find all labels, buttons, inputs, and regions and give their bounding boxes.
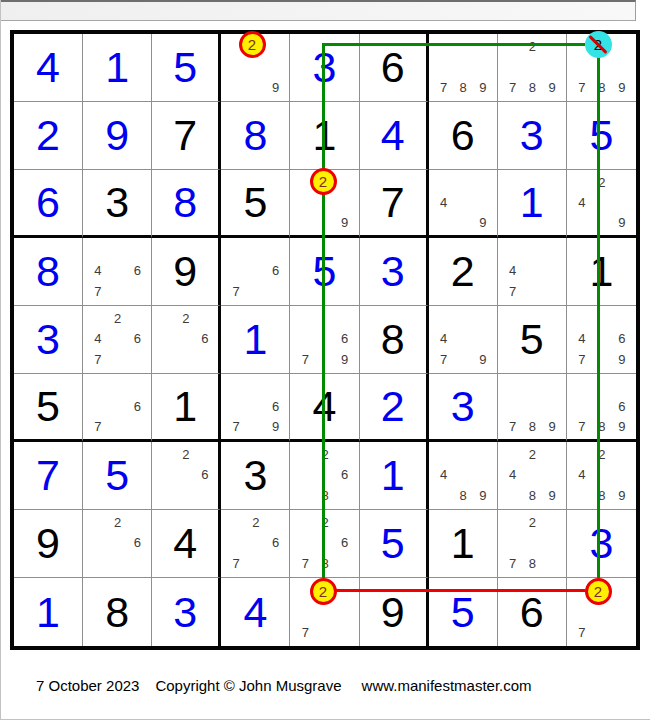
solved-digit: 1 (105, 46, 129, 89)
cell-r9c3[interactable]: 3 (152, 578, 221, 646)
given-digit: 1 (313, 114, 337, 157)
candidate-4: 4 (434, 329, 454, 350)
given-digit: 3 (105, 181, 129, 224)
candidate-2: 2 (246, 512, 266, 533)
cell-r1c3[interactable]: 5 (152, 34, 221, 102)
given-digit: 2 (451, 250, 475, 293)
candidate-7: 7 (88, 416, 108, 436)
given-digit: 8 (381, 318, 405, 361)
candidate-2: 2 (315, 512, 335, 533)
pencil-marks: 679 (295, 308, 354, 370)
cell-r1c1[interactable]: 4 (14, 34, 83, 102)
cell-r9c6[interactable]: 9 (360, 578, 429, 646)
candidate-4: 4 (572, 465, 592, 486)
candidate-7: 7 (226, 416, 246, 436)
candidate-9: 9 (612, 485, 632, 506)
pencil-marks: 679 (226, 376, 285, 436)
solved-digit: 7 (36, 454, 60, 497)
candidate-6: 6 (266, 533, 286, 554)
given-digit: 4 (173, 522, 197, 565)
candidate-2: 2 (108, 512, 128, 533)
given-digit: 1 (589, 250, 613, 293)
given-digit: 7 (173, 114, 197, 157)
solved-digit: 8 (243, 114, 267, 157)
candidate-9: 9 (473, 212, 493, 232)
candidate-9: 9 (335, 349, 355, 370)
candidate-7: 7 (572, 349, 592, 370)
cell-r1c8[interactable]: 2789 (498, 34, 567, 102)
candidate-8: 8 (522, 416, 542, 436)
pencil-marks: 4679 (572, 308, 632, 370)
cell-r9c7[interactable]: 5 (429, 578, 498, 646)
cell-r2c8[interactable]: 3 (498, 102, 567, 170)
cell-r4c1[interactable]: 8 (14, 238, 83, 306)
candidate-2: 2 (522, 444, 542, 465)
pencil-marks: 278 (503, 512, 562, 574)
pencil-marks: 789 (572, 36, 632, 98)
pencil-marks: 2678 (295, 512, 354, 574)
candidate-6: 6 (195, 465, 214, 486)
cell-r4c5[interactable]: 5 (290, 238, 359, 306)
candidate-6: 6 (612, 396, 632, 416)
cell-r3c9[interactable]: 249 (567, 170, 636, 238)
candidate-9: 9 (612, 77, 632, 98)
candidate-2: 2 (176, 308, 195, 329)
cell-r3c3[interactable]: 8 (152, 170, 221, 238)
candidate-9: 9 (542, 485, 562, 506)
candidate-7: 7 (434, 77, 454, 98)
cell-r7c2[interactable]: 5 (83, 442, 152, 510)
given-digit: 9 (36, 522, 60, 565)
candidate-7: 7 (295, 349, 315, 370)
cell-r4c2[interactable]: 467 (83, 238, 152, 306)
candidate-6: 6 (335, 465, 355, 486)
cell-r2c2[interactable]: 9 (83, 102, 152, 170)
cell-r5c2[interactable]: 2467 (83, 306, 152, 374)
candidate-7: 7 (572, 416, 592, 436)
solved-digit: 4 (243, 591, 267, 634)
solved-digit: 1 (36, 591, 60, 634)
candidate-8: 8 (522, 553, 542, 574)
candidate-7: 7 (503, 77, 523, 98)
cell-r5c5[interactable]: 679 (290, 306, 359, 374)
cell-r4c6[interactable]: 3 (360, 238, 429, 306)
solved-digit: 4 (381, 114, 405, 157)
candidate-2: 2 (108, 308, 128, 329)
cell-r6c8[interactable]: 789 (498, 374, 567, 442)
cell-r9c2[interactable]: 8 (83, 578, 152, 646)
cell-r4c8[interactable]: 47 (498, 238, 567, 306)
footer-copyright: Copyright © John Musgrave (155, 677, 341, 694)
pencil-marks: 467 (88, 240, 147, 302)
cell-r5c7[interactable]: 479 (429, 306, 498, 374)
candidate-7: 7 (88, 281, 108, 302)
pencil-marks: 26 (157, 308, 214, 370)
solved-digit: 5 (105, 454, 129, 497)
candidate-8: 8 (315, 485, 335, 506)
pencil-marks: 789 (434, 36, 493, 98)
candidate-2: 2 (592, 172, 612, 192)
pencil-marks: 2489 (503, 444, 562, 506)
cell-r2c4[interactable]: 8 (221, 102, 290, 170)
candidate-8: 8 (315, 553, 335, 574)
pencil-marks: 67 (88, 376, 147, 436)
candidate-7: 7 (503, 281, 523, 302)
cell-r3c7[interactable]: 49 (429, 170, 498, 238)
candidate-9: 9 (612, 349, 632, 370)
cell-r6c2[interactable]: 67 (83, 374, 152, 442)
solved-digit: 3 (173, 591, 197, 634)
cell-r5c8[interactable]: 5 (498, 306, 567, 374)
cell-r7c6[interactable]: 1 (360, 442, 429, 510)
cell-r6c9[interactable]: 6789 (567, 374, 636, 442)
candidate-7: 7 (434, 349, 454, 370)
candidate-6: 6 (335, 533, 355, 554)
cell-r8c3[interactable]: 4 (152, 510, 221, 578)
cell-r6c1[interactable]: 5 (14, 374, 83, 442)
candidate-7: 7 (226, 281, 246, 302)
candidate-9: 9 (335, 212, 355, 232)
cell-r6c4[interactable]: 679 (221, 374, 290, 442)
pencil-marks: 47 (503, 240, 562, 302)
candidate-6: 6 (195, 329, 214, 350)
candidate-7: 7 (503, 553, 523, 574)
cell-r5c4[interactable]: 1 (221, 306, 290, 374)
cell-r1c2[interactable]: 1 (83, 34, 152, 102)
candidate-8: 8 (453, 485, 473, 506)
solved-digit: 5 (451, 591, 475, 634)
pencil-marks: 7 (572, 580, 632, 643)
solved-digit: 9 (105, 114, 129, 157)
given-digit: 9 (381, 591, 405, 634)
cell-r1c5[interactable]: 3 (290, 34, 359, 102)
solved-digit: 5 (589, 114, 613, 157)
top-divider-bar (0, 0, 636, 21)
pencil-marks: 6789 (572, 376, 632, 436)
candidate-6: 6 (128, 396, 148, 416)
cell-r2c1[interactable]: 2 (14, 102, 83, 170)
candidate-9: 9 (612, 416, 632, 436)
given-digit: 1 (451, 522, 475, 565)
candidate-4: 4 (572, 192, 592, 212)
candidate-2: 2 (315, 444, 335, 465)
solved-digit: 2 (36, 114, 60, 157)
cell-r9c9[interactable]: 7 (567, 578, 636, 646)
solved-digit: 4 (36, 46, 60, 89)
cell-r8c5[interactable]: 2678 (290, 510, 359, 578)
candidate-9: 9 (473, 485, 493, 506)
candidate-7: 7 (88, 349, 108, 370)
candidate-8: 8 (522, 485, 542, 506)
cell-r1c4[interactable]: 9 (221, 34, 290, 102)
cell-r2c5[interactable]: 1 (290, 102, 359, 170)
cell-r4c4[interactable]: 67 (221, 238, 290, 306)
pencil-marks: 26 (157, 444, 214, 506)
given-digit: 6 (381, 46, 405, 89)
cell-r4c9[interactable]: 1 (567, 238, 636, 306)
cell-r7c7[interactable]: 489 (429, 442, 498, 510)
pencil-marks: 2789 (503, 36, 562, 98)
cell-r2c6[interactable]: 4 (360, 102, 429, 170)
given-digit: 6 (520, 591, 544, 634)
given-digit: 8 (105, 591, 129, 634)
pencil-marks: 489 (434, 444, 493, 506)
solved-digit: 8 (36, 250, 60, 293)
given-digit: 3 (243, 454, 267, 497)
candidate-2: 2 (176, 444, 195, 465)
candidate-7: 7 (295, 622, 315, 643)
candidate-4: 4 (434, 192, 454, 212)
cell-r4c3[interactable]: 9 (152, 238, 221, 306)
cell-r2c9[interactable]: 5 (567, 102, 636, 170)
candidate-7: 7 (295, 553, 315, 574)
cell-r2c3[interactable]: 7 (152, 102, 221, 170)
solved-digit: 3 (313, 46, 337, 89)
footer-date: 7 October 2023 (36, 677, 139, 694)
cell-r1c9[interactable]: 789 (567, 34, 636, 102)
cell-r7c3[interactable]: 26 (152, 442, 221, 510)
pencil-marks: 9 (295, 172, 354, 232)
solved-digit: 3 (589, 522, 613, 565)
candidate-9: 9 (473, 349, 493, 370)
sudoku-board: 4159367892789789297814635638597491249846… (10, 30, 640, 650)
candidate-6: 6 (128, 261, 148, 282)
given-digit: 4 (313, 385, 337, 428)
candidate-9: 9 (266, 416, 286, 436)
cell-r3c8[interactable]: 1 (498, 170, 567, 238)
cell-r6c6[interactable]: 2 (360, 374, 429, 442)
candidate-4: 4 (572, 329, 592, 350)
pencil-marks: 249 (572, 172, 632, 232)
pencil-marks: 267 (226, 512, 285, 574)
given-digit: 6 (451, 114, 475, 157)
cell-r8c4[interactable]: 267 (221, 510, 290, 578)
candidate-4: 4 (434, 465, 454, 486)
footer-website: www.manifestmaster.com (362, 677, 532, 694)
pencil-marks: 26 (88, 512, 147, 574)
pencil-marks: 789 (503, 376, 562, 436)
cell-r5c1[interactable]: 3 (14, 306, 83, 374)
given-digit: 5 (36, 385, 60, 428)
cell-r8c7[interactable]: 1 (429, 510, 498, 578)
given-digit: 1 (173, 385, 197, 428)
pencil-marks: 2489 (572, 444, 632, 506)
cell-r6c3[interactable]: 1 (152, 374, 221, 442)
candidate-6: 6 (128, 533, 148, 554)
solved-digit: 1 (520, 181, 544, 224)
candidate-7: 7 (503, 416, 523, 436)
candidate-6: 6 (266, 261, 286, 282)
candidate-7: 7 (572, 622, 592, 643)
candidate-7: 7 (572, 77, 592, 98)
cell-r9c5[interactable]: 7 (290, 578, 359, 646)
candidate-4: 4 (88, 261, 108, 282)
solved-digit: 6 (36, 181, 60, 224)
cell-r7c1[interactable]: 7 (14, 442, 83, 510)
candidate-9: 9 (542, 416, 562, 436)
solved-digit: 2 (381, 385, 405, 428)
cell-r8c9[interactable]: 3 (567, 510, 636, 578)
cell-r3c1[interactable]: 6 (14, 170, 83, 238)
candidate-9: 9 (612, 212, 632, 232)
cell-r7c4[interactable]: 3 (221, 442, 290, 510)
solved-digit: 1 (243, 318, 267, 361)
cell-r2c7[interactable]: 6 (429, 102, 498, 170)
cell-r4c7[interactable]: 2 (429, 238, 498, 306)
candidate-6: 6 (335, 329, 355, 350)
candidate-9: 9 (542, 77, 562, 98)
candidate-2: 2 (592, 444, 612, 465)
cell-r7c8[interactable]: 2489 (498, 442, 567, 510)
cell-r5c9[interactable]: 4679 (567, 306, 636, 374)
given-digit: 5 (243, 181, 267, 224)
solved-digit: 5 (173, 46, 197, 89)
candidate-9: 9 (473, 77, 493, 98)
solved-digit: 8 (173, 181, 197, 224)
candidate-7: 7 (226, 553, 246, 574)
cell-r9c8[interactable]: 6 (498, 578, 567, 646)
cell-r3c2[interactable]: 3 (83, 170, 152, 238)
cell-r1c7[interactable]: 789 (429, 34, 498, 102)
cell-r8c8[interactable]: 278 (498, 510, 567, 578)
cell-r8c6[interactable]: 5 (360, 510, 429, 578)
solved-digit: 5 (313, 250, 337, 293)
candidate-9: 9 (266, 77, 286, 98)
pencil-marks: 7 (295, 580, 354, 643)
solved-digit: 3 (451, 385, 475, 428)
pencil-marks: 49 (434, 172, 493, 232)
cell-r3c4[interactable]: 5 (221, 170, 290, 238)
cell-r5c3[interactable]: 26 (152, 306, 221, 374)
pencil-marks: 268 (295, 444, 354, 506)
candidate-6: 6 (266, 396, 286, 416)
candidate-8: 8 (453, 77, 473, 98)
cell-r6c7[interactable]: 3 (429, 374, 498, 442)
given-digit: 9 (173, 250, 197, 293)
given-digit: 5 (520, 318, 544, 361)
pencil-marks: 9 (226, 36, 285, 98)
cell-r8c1[interactable]: 9 (14, 510, 83, 578)
solved-digit: 3 (520, 114, 544, 157)
candidate-6: 6 (128, 329, 148, 350)
footer-caption: 7 October 2023Copyright © John Musgravew… (36, 677, 532, 694)
candidate-2: 2 (522, 512, 542, 533)
cell-r9c4[interactable]: 4 (221, 578, 290, 646)
cell-r3c5[interactable]: 9 (290, 170, 359, 238)
solved-digit: 3 (381, 250, 405, 293)
candidate-8: 8 (522, 77, 542, 98)
candidate-8: 8 (592, 416, 612, 436)
cell-r5c6[interactable]: 8 (360, 306, 429, 374)
pencil-marks: 2467 (88, 308, 147, 370)
cell-r3c6[interactable]: 7 (360, 170, 429, 238)
cell-r9c1[interactable]: 1 (14, 578, 83, 646)
candidate-8: 8 (592, 485, 612, 506)
candidate-4: 4 (503, 261, 523, 282)
pencil-marks: 67 (226, 240, 285, 302)
cell-r8c2[interactable]: 26 (83, 510, 152, 578)
cell-r7c9[interactable]: 2489 (567, 442, 636, 510)
cell-r7c5[interactable]: 268 (290, 442, 359, 510)
candidate-4: 4 (503, 465, 523, 486)
cell-r6c5[interactable]: 4 (290, 374, 359, 442)
pencil-marks: 479 (434, 308, 493, 370)
cell-r1c6[interactable]: 6 (360, 34, 429, 102)
given-digit: 7 (381, 181, 405, 224)
candidate-2: 2 (522, 36, 542, 57)
candidate-8: 8 (592, 77, 612, 98)
solved-digit: 5 (381, 522, 405, 565)
candidate-4: 4 (88, 329, 108, 350)
candidate-6: 6 (612, 329, 632, 350)
solved-digit: 3 (36, 318, 60, 361)
solved-digit: 1 (381, 454, 405, 497)
